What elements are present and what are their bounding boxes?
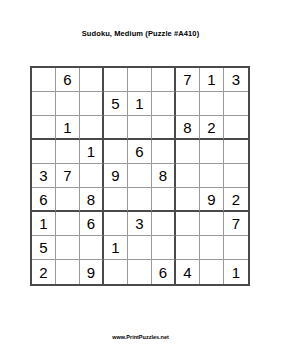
cell-r1c8-given[interactable]: 1: [200, 68, 224, 92]
cell-r7c5-given[interactable]: 3: [128, 212, 152, 236]
cell-r8c4-given[interactable]: 1: [104, 236, 128, 260]
cell-r4c2-empty[interactable]: [56, 140, 80, 164]
cell-r2c7-empty[interactable]: [176, 92, 200, 116]
cell-r3c1-empty[interactable]: [32, 116, 56, 140]
cell-r2c9-empty[interactable]: [224, 92, 248, 116]
cell-r9c8-empty[interactable]: [200, 260, 224, 284]
cell-r5c7-empty[interactable]: [176, 164, 200, 188]
cell-r3c2-given[interactable]: 1: [56, 116, 80, 140]
cell-r1c2-given[interactable]: 6: [56, 68, 80, 92]
cell-r1c5-empty[interactable]: [128, 68, 152, 92]
puzzle-title: Sudoku, Medium (Puzzle #A410): [0, 29, 281, 38]
cell-r9c1-given[interactable]: 2: [32, 260, 56, 284]
cell-r1c3-empty[interactable]: [80, 68, 104, 92]
cell-r2c3-empty[interactable]: [80, 92, 104, 116]
cell-r5c8-empty[interactable]: [200, 164, 224, 188]
cell-r2c1-empty[interactable]: [32, 92, 56, 116]
cell-r9c2-empty[interactable]: [56, 260, 80, 284]
cell-r4c1-empty[interactable]: [32, 140, 56, 164]
cell-r9c3-given[interactable]: 9: [80, 260, 104, 284]
cell-r1c1-empty[interactable]: [32, 68, 56, 92]
cell-r6c5-empty[interactable]: [128, 188, 152, 212]
cell-r1c4-empty[interactable]: [104, 68, 128, 92]
cell-r5c4-given[interactable]: 9: [104, 164, 128, 188]
cell-r2c8-empty[interactable]: [200, 92, 224, 116]
cell-r6c1-given[interactable]: 6: [32, 188, 56, 212]
cell-r9c6-given[interactable]: 6: [152, 260, 176, 284]
cell-r6c3-given[interactable]: 8: [80, 188, 104, 212]
cell-r7c3-given[interactable]: 6: [80, 212, 104, 236]
cell-r1c9-given[interactable]: 3: [224, 68, 248, 92]
cell-r3c4-empty[interactable]: [104, 116, 128, 140]
cell-r8c1-given[interactable]: 5: [32, 236, 56, 260]
cell-r9c4-empty[interactable]: [104, 260, 128, 284]
sudoku-board: 671351182163798689216375129641: [30, 66, 250, 286]
cell-r8c3-empty[interactable]: [80, 236, 104, 260]
cell-r6c7-empty[interactable]: [176, 188, 200, 212]
cell-r7c6-empty[interactable]: [152, 212, 176, 236]
cell-r1c7-given[interactable]: 7: [176, 68, 200, 92]
cell-r4c9-empty[interactable]: [224, 140, 248, 164]
cell-r7c9-given[interactable]: 7: [224, 212, 248, 236]
cell-r5c5-empty[interactable]: [128, 164, 152, 188]
cell-r3c5-empty[interactable]: [128, 116, 152, 140]
cell-r4c6-empty[interactable]: [152, 140, 176, 164]
cell-r6c6-empty[interactable]: [152, 188, 176, 212]
cell-r9c5-empty[interactable]: [128, 260, 152, 284]
cell-r6c2-empty[interactable]: [56, 188, 80, 212]
cell-r2c4-given[interactable]: 5: [104, 92, 128, 116]
cell-r6c9-given[interactable]: 2: [224, 188, 248, 212]
cell-r3c9-empty[interactable]: [224, 116, 248, 140]
footer-url: www.PrintPuzzles.net: [0, 334, 281, 340]
cell-r8c7-empty[interactable]: [176, 236, 200, 260]
cell-r7c8-empty[interactable]: [200, 212, 224, 236]
cell-r3c7-given[interactable]: 8: [176, 116, 200, 140]
cell-r5c6-given[interactable]: 8: [152, 164, 176, 188]
cell-r2c6-empty[interactable]: [152, 92, 176, 116]
cell-r8c9-empty[interactable]: [224, 236, 248, 260]
cell-r5c1-given[interactable]: 3: [32, 164, 56, 188]
cell-r4c3-given[interactable]: 1: [80, 140, 104, 164]
cell-r9c7-given[interactable]: 4: [176, 260, 200, 284]
cell-r8c2-empty[interactable]: [56, 236, 80, 260]
cell-r7c2-empty[interactable]: [56, 212, 80, 236]
cell-r2c5-given[interactable]: 1: [128, 92, 152, 116]
cell-r3c8-given[interactable]: 2: [200, 116, 224, 140]
cell-r2c2-empty[interactable]: [56, 92, 80, 116]
cell-r7c1-given[interactable]: 1: [32, 212, 56, 236]
cell-r4c7-empty[interactable]: [176, 140, 200, 164]
cell-r4c5-given[interactable]: 6: [128, 140, 152, 164]
cell-r8c6-empty[interactable]: [152, 236, 176, 260]
cell-r4c8-empty[interactable]: [200, 140, 224, 164]
cell-r6c8-given[interactable]: 9: [200, 188, 224, 212]
cell-r4c4-empty[interactable]: [104, 140, 128, 164]
cell-r8c8-empty[interactable]: [200, 236, 224, 260]
cell-r3c3-empty[interactable]: [80, 116, 104, 140]
cell-r5c2-given[interactable]: 7: [56, 164, 80, 188]
cell-r6c4-empty[interactable]: [104, 188, 128, 212]
cell-r1c6-empty[interactable]: [152, 68, 176, 92]
cell-r3c6-empty[interactable]: [152, 116, 176, 140]
cell-r9c9-given[interactable]: 1: [224, 260, 248, 284]
cell-r8c5-empty[interactable]: [128, 236, 152, 260]
sudoku-page: Sudoku, Medium (Puzzle #A410) 6713511821…: [0, 0, 281, 363]
cell-r5c9-empty[interactable]: [224, 164, 248, 188]
cell-r7c4-empty[interactable]: [104, 212, 128, 236]
cell-r7c7-empty[interactable]: [176, 212, 200, 236]
cell-r5c3-empty[interactable]: [80, 164, 104, 188]
